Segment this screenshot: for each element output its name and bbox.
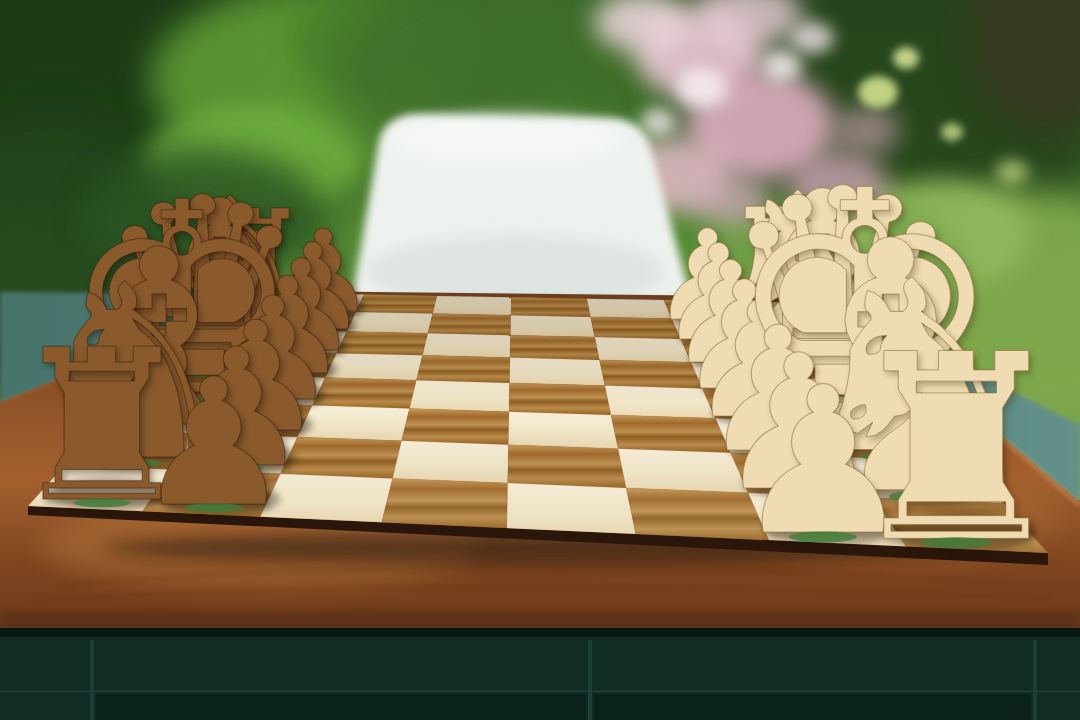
piece-black-pawn-h7[interactable]: ♟ <box>135 378 293 510</box>
felt-base <box>921 537 991 549</box>
garden-chess-photo: ♜♞♝♛♚♝♞♜♟♟♟♟♟♟♟♟♟♟♟♟♟♟♟♟♜♞♝♛♚♝♞♜ <box>0 0 1080 720</box>
felt-base <box>184 503 243 513</box>
pieces-layer: ♜♞♝♛♚♝♞♜♟♟♟♟♟♟♟♟♟♟♟♟♟♟♟♟♜♞♝♛♚♝♞♜ <box>0 0 1080 720</box>
piece-white-rook-h1[interactable]: ♜ <box>841 353 1072 546</box>
